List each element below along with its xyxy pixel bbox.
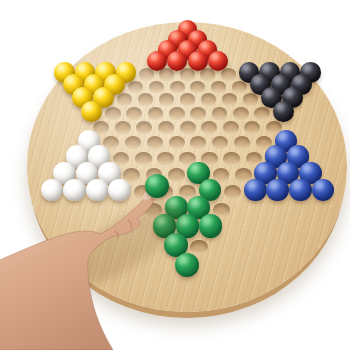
marble-green-held: [145, 174, 169, 198]
photo-scene: [0, 0, 350, 350]
hand: [0, 0, 350, 350]
hand-outline: [0, 193, 155, 350]
